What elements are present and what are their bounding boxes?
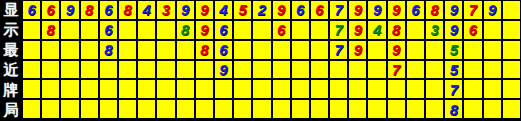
grid-cell-r6c16 xyxy=(311,100,328,118)
grid-cell-r6c5 xyxy=(100,100,117,118)
title-char: 牌 xyxy=(0,81,22,101)
grid-cell-r5c8 xyxy=(157,80,174,98)
grid-cell-r5c4 xyxy=(81,80,98,98)
grid-cell-r3c5: 8 xyxy=(100,41,117,59)
grid-cell-r4c25 xyxy=(484,61,501,79)
grid-cell-r6c18 xyxy=(349,100,366,118)
grid-cell-r3c22 xyxy=(426,41,443,59)
grid-cell-r6c11 xyxy=(215,100,232,118)
grid-cell-r5c24 xyxy=(464,80,481,98)
grid-cell-r1c16: 6 xyxy=(311,1,328,19)
grid-cell-r5c26 xyxy=(503,80,520,98)
grid-cell-r1c20: 9 xyxy=(388,1,405,19)
grid-cell-r1c9: 9 xyxy=(177,1,194,19)
grid-cell-r5c3 xyxy=(61,80,78,98)
grid-cell-r6c12 xyxy=(234,100,251,118)
grid-cell-r2c7 xyxy=(138,21,155,39)
grid-cell-r2c5: 6 xyxy=(100,21,117,39)
grid-cell-r2c13 xyxy=(253,21,270,39)
grid-cell-r1c26 xyxy=(503,1,520,19)
grid-cell-r5c18 xyxy=(349,80,366,98)
grid-cell-r6c15 xyxy=(292,100,309,118)
grid-cell-r1c6: 8 xyxy=(119,1,136,19)
grid-cell-r4c7 xyxy=(138,61,155,79)
grid-cell-r1c1: 6 xyxy=(23,1,40,19)
grid-cell-r4c16 xyxy=(311,61,328,79)
grid-cell-r3c13 xyxy=(253,41,270,59)
grid-cell-r5c22 xyxy=(426,80,443,98)
title-char: 局 xyxy=(0,101,22,121)
grid-cell-r4c5 xyxy=(100,61,117,79)
grid-cell-r2c14: 6 xyxy=(273,21,290,39)
grid-cell-r4c22 xyxy=(426,61,443,79)
grid-cell-r4c15 xyxy=(292,61,309,79)
grid-cell-r6c1 xyxy=(23,100,40,118)
grid-cell-r1c21: 6 xyxy=(407,1,424,19)
grid-cell-r3c17: 7 xyxy=(330,41,347,59)
grid-cell-r1c13: 2 xyxy=(253,1,270,19)
grid-cell-r6c17 xyxy=(330,100,347,118)
grid-cell-r6c13 xyxy=(253,100,270,118)
grid-cell-r1c4: 8 xyxy=(81,1,98,19)
grid-cell-r3c6 xyxy=(119,41,136,59)
grid-cell-r6c10 xyxy=(196,100,213,118)
grid-cell-r1c17: 7 xyxy=(330,1,347,19)
grid-cell-r3c25 xyxy=(484,41,501,59)
grid-cell-r1c18: 9 xyxy=(349,1,366,19)
grid-cell-r6c20 xyxy=(388,100,405,118)
grid-cell-r1c25: 9 xyxy=(484,1,501,19)
grid-cell-r1c5: 6 xyxy=(100,1,117,19)
grid-cell-r2c16 xyxy=(311,21,328,39)
grid-cell-r1c19: 9 xyxy=(368,1,385,19)
grid-cell-r5c21 xyxy=(407,80,424,98)
grid-cell-r2c4 xyxy=(81,21,98,39)
grid-cell-r3c26 xyxy=(503,41,520,59)
title-char: 显 xyxy=(0,0,22,20)
grid-cell-r4c14 xyxy=(273,61,290,79)
grid-cell-r1c15: 6 xyxy=(292,1,309,19)
grid-cell-r5c6 xyxy=(119,80,136,98)
grid-cell-r5c23: 7 xyxy=(445,80,462,98)
grid-cell-r6c22 xyxy=(426,100,443,118)
grid-cell-r4c23: 5 xyxy=(445,61,462,79)
grid-cell-r5c14 xyxy=(273,80,290,98)
grid-cell-r2c20: 8 xyxy=(388,21,405,39)
grid-cell-r4c2 xyxy=(42,61,59,79)
grid-cell-r5c1 xyxy=(23,80,40,98)
grid-cell-r4c8 xyxy=(157,61,174,79)
grid-cell-r2c26 xyxy=(503,21,520,39)
grid-cell-r6c19 xyxy=(368,100,385,118)
grid-cell-r6c3 xyxy=(61,100,78,118)
grid-cell-r4c3 xyxy=(61,61,78,79)
grid-cell-r4c10 xyxy=(196,61,213,79)
grid-cell-r3c3 xyxy=(61,41,78,59)
grid-cell-r1c11: 4 xyxy=(215,1,232,19)
grid-cell-r5c11 xyxy=(215,80,232,98)
grid-cell-r4c1 xyxy=(23,61,40,79)
grid-cell-r1c8: 3 xyxy=(157,1,174,19)
grid-cell-r2c9: 8 xyxy=(177,21,194,39)
grid-cell-r1c22: 8 xyxy=(426,1,443,19)
title-char: 示 xyxy=(0,20,22,40)
grid-cell-r4c24 xyxy=(464,61,481,79)
grid-cell-r2c21 xyxy=(407,21,424,39)
grid-cell-r6c21 xyxy=(407,100,424,118)
grid-cell-r3c23: 5 xyxy=(445,41,462,59)
grid-cell-r3c9 xyxy=(177,41,194,59)
grid-cell-r3c24 xyxy=(464,41,481,59)
grid-cell-r5c16 xyxy=(311,80,328,98)
grid-cell-r2c8 xyxy=(157,21,174,39)
grid-cell-r3c21 xyxy=(407,41,424,59)
grid-cell-r2c22: 3 xyxy=(426,21,443,39)
grid-cell-r2c11: 6 xyxy=(215,21,232,39)
grid-cell-r2c2: 8 xyxy=(42,21,59,39)
grid-cell-r4c6 xyxy=(119,61,136,79)
grid-cell-r6c23: 8 xyxy=(445,100,462,118)
grid-cell-r6c24 xyxy=(464,100,481,118)
grid-cell-r3c7 xyxy=(138,41,155,59)
grid-cell-r2c3 xyxy=(61,21,78,39)
grid-cell-r2c10: 9 xyxy=(196,21,213,39)
grid-cell-r1c12: 5 xyxy=(234,1,251,19)
grid-cell-r3c12 xyxy=(234,41,251,59)
grid-cell-r2c24: 6 xyxy=(464,21,481,39)
grid-cell-r4c17 xyxy=(330,61,347,79)
grid-cell-r5c2 xyxy=(42,80,59,98)
grid-cell-r3c10: 8 xyxy=(196,41,213,59)
grid-cell-r1c2: 6 xyxy=(42,1,59,19)
grid-cell-r6c6 xyxy=(119,100,136,118)
grid-cell-r5c10 xyxy=(196,80,213,98)
grid-cell-r5c20 xyxy=(388,80,405,98)
grid-cell-r2c1 xyxy=(23,21,40,39)
grid-cell-r5c19 xyxy=(368,80,385,98)
grid-cell-r6c8 xyxy=(157,100,174,118)
grid-cell-r6c9 xyxy=(177,100,194,118)
grid-cell-r3c19 xyxy=(368,41,385,59)
grid-cell-r3c11: 6 xyxy=(215,41,232,59)
grid-cell-r5c5 xyxy=(100,80,117,98)
grid-cell-r5c17 xyxy=(330,80,347,98)
grid-cell-r6c14 xyxy=(273,100,290,118)
grid-cell-r5c7 xyxy=(138,80,155,98)
grid-cell-r6c7 xyxy=(138,100,155,118)
grid-cell-r2c23: 9 xyxy=(445,21,462,39)
grid-cell-r1c23: 9 xyxy=(445,1,462,19)
grid-cell-r3c1 xyxy=(23,41,40,59)
grid-cell-r1c14: 9 xyxy=(273,1,290,19)
grid-cell-r4c21 xyxy=(407,61,424,79)
grid-cell-r3c4 xyxy=(81,41,98,59)
grid-cell-r5c25 xyxy=(484,80,501,98)
grid-cell-r3c20: 9 xyxy=(388,41,405,59)
grid-cell-r4c20: 7 xyxy=(388,61,405,79)
grid-cell-r6c25 xyxy=(484,100,501,118)
grid-cell-r4c26 xyxy=(503,61,520,79)
grid-cell-r4c11: 9 xyxy=(215,61,232,79)
grid-cell-r4c19 xyxy=(368,61,385,79)
grid-cell-r4c18 xyxy=(349,61,366,79)
title-char: 最 xyxy=(0,40,22,60)
vertical-title: 显 示 最 近 牌 局 xyxy=(0,0,22,121)
grid-cell-r2c12 xyxy=(234,21,251,39)
grid-cell-r2c25 xyxy=(484,21,501,39)
grid-cell-r3c16 xyxy=(311,41,328,59)
grid-cell-r3c18: 9 xyxy=(349,41,366,59)
grid-cell-r4c13 xyxy=(253,61,270,79)
grid-cell-r5c13 xyxy=(253,80,270,98)
grid-cell-r1c3: 9 xyxy=(61,1,78,19)
grid-cell-r3c15 xyxy=(292,41,309,59)
grid-cell-r4c9 xyxy=(177,61,194,79)
recent-games-board: 显 示 最 近 牌 局 6698684399452966799968979868… xyxy=(0,0,521,121)
grid-cell-r6c26 xyxy=(503,100,520,118)
grid-cell-r1c24: 7 xyxy=(464,1,481,19)
grid-cell-r2c19: 4 xyxy=(368,21,385,39)
grid-cell-r5c15 xyxy=(292,80,309,98)
grid-cell-r5c9 xyxy=(177,80,194,98)
title-char: 近 xyxy=(0,61,22,81)
grid-cell-r3c14 xyxy=(273,41,290,59)
grid-cell-r2c17: 7 xyxy=(330,21,347,39)
results-grid: 6698684399452966799968979868966794839688… xyxy=(22,0,521,121)
grid-cell-r6c2 xyxy=(42,100,59,118)
grid-cell-r2c15 xyxy=(292,21,309,39)
grid-cell-r3c2 xyxy=(42,41,59,59)
grid-cell-r2c18: 9 xyxy=(349,21,366,39)
grid-cell-r1c7: 4 xyxy=(138,1,155,19)
grid-cell-r5c12 xyxy=(234,80,251,98)
grid-cell-r1c10: 9 xyxy=(196,1,213,19)
grid-cell-r3c8 xyxy=(157,41,174,59)
grid-cell-r6c4 xyxy=(81,100,98,118)
grid-cell-r4c4 xyxy=(81,61,98,79)
grid-cell-r4c12 xyxy=(234,61,251,79)
grid-cell-r2c6 xyxy=(119,21,136,39)
